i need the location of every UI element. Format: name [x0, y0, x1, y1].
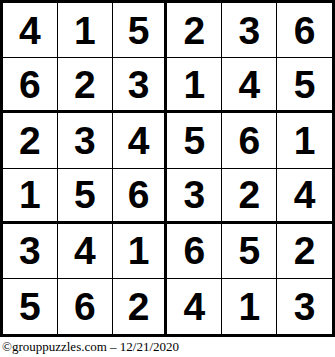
cell-r5c1: 3 — [3, 224, 58, 279]
cell-r5c6: 2 — [277, 224, 332, 279]
cell-r2c2: 2 — [58, 58, 113, 113]
cell-r3c2: 3 — [58, 113, 113, 168]
cell-r4c1: 1 — [3, 169, 58, 224]
cell-r6c2: 6 — [58, 279, 113, 334]
cell-r4c3: 6 — [113, 169, 168, 224]
cell-r3c4: 5 — [167, 113, 222, 168]
cell-r1c5: 3 — [222, 3, 277, 58]
copyright-symbol: © — [2, 339, 12, 354]
cell-r2c5: 4 — [222, 58, 277, 113]
cell-r3c3: 4 — [113, 113, 168, 168]
cell-r3c6: 1 — [277, 113, 332, 168]
cell-r5c2: 4 — [58, 224, 113, 279]
cell-r5c4: 6 — [167, 224, 222, 279]
cell-r2c1: 6 — [3, 58, 58, 113]
cell-r1c2: 1 — [58, 3, 113, 58]
cell-r2c4: 1 — [167, 58, 222, 113]
cell-r1c4: 2 — [167, 3, 222, 58]
site-name: grouppuzzles.com — [12, 339, 107, 354]
cell-r4c4: 3 — [167, 169, 222, 224]
cell-r5c5: 5 — [222, 224, 277, 279]
cell-r1c6: 6 — [277, 3, 332, 58]
cell-r6c5: 1 — [222, 279, 277, 334]
cell-r2c3: 3 — [113, 58, 168, 113]
cell-r6c1: 5 — [3, 279, 58, 334]
cell-r6c4: 4 — [167, 279, 222, 334]
cell-r2c6: 5 — [277, 58, 332, 113]
puzzle-date: 12/21/2020 — [120, 339, 179, 354]
copyright-footer: ©grouppuzzles.com – 12/21/2020 — [2, 339, 335, 355]
cell-r1c3: 5 — [113, 3, 168, 58]
cell-r3c5: 6 — [222, 113, 277, 168]
cell-r6c6: 3 — [277, 279, 332, 334]
cell-r3c1: 2 — [3, 113, 58, 168]
footer-separator: – — [107, 339, 120, 354]
cell-r4c2: 5 — [58, 169, 113, 224]
cell-r1c1: 4 — [3, 3, 58, 58]
cell-r5c3: 1 — [113, 224, 168, 279]
cell-r4c5: 2 — [222, 169, 277, 224]
cell-r4c6: 4 — [277, 169, 332, 224]
sudoku-board: 4 1 5 2 3 6 6 2 3 1 4 5 2 3 4 5 6 1 1 5 … — [0, 0, 335, 337]
cell-r6c3: 2 — [113, 279, 168, 334]
